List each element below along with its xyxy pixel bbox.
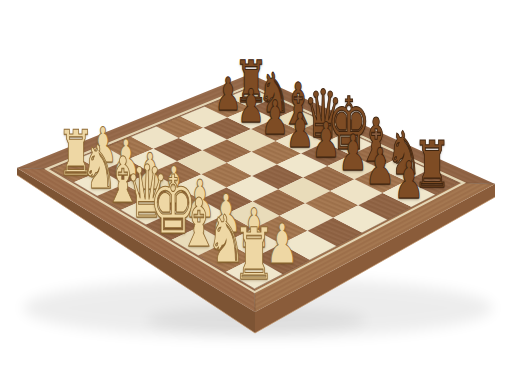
piece-black-pawn-g7: ♟: [365, 142, 395, 192]
chess-pieces-layer: ♜♟♞♟♝♟♛♟♚♟♝♟♟♞♜♟♟♜♞♟♟♝♟♛♟♚♟♝♟♞♟♜: [0, 0, 510, 379]
piece-white-rook-h1: ♜: [233, 219, 275, 291]
piece-black-pawn-e7: ♟: [312, 117, 341, 166]
piece-black-pawn-h7: ♟: [394, 155, 424, 206]
chess-product-photo: ♜♟♞♟♝♟♛♟♚♟♝♟♟♞♜♟♟♜♞♟♟♝♟♛♟♚♟♝♟♞♟♜: [0, 0, 510, 379]
piece-black-pawn-f7: ♟: [338, 129, 367, 179]
piece-black-pawn-d7: ♟: [286, 105, 314, 153]
